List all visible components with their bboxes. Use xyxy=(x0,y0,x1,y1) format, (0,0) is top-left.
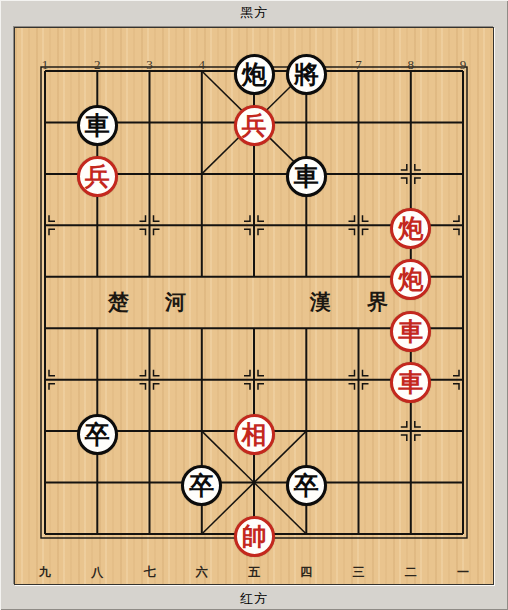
xiangqi-board[interactable]: 123456789九八七六五四三二一楚河漢界炮將車兵兵車炮炮車車卒相卒卒帥 xyxy=(14,27,494,585)
file-coord-top-3: 3 xyxy=(138,57,162,73)
file-coord-bottom-6: 四 xyxy=(294,564,318,581)
file-coord-bottom-7: 三 xyxy=(347,564,371,581)
file-coord-bottom-9: 一 xyxy=(451,564,475,581)
red-side-label: 红方 xyxy=(0,590,508,608)
red-piece-車-f8r6[interactable]: 車 xyxy=(390,311,431,352)
black-piece-卒-f6r9[interactable]: 卒 xyxy=(286,465,327,506)
xiangqi-app-window: 黑方 123456789九八七六五四三二一楚河漢界炮將車兵兵車炮炮車車卒相卒卒帥… xyxy=(0,0,508,610)
red-piece-相-f5r8[interactable]: 相 xyxy=(234,414,275,455)
file-coord-bottom-2: 八 xyxy=(85,564,109,581)
file-coord-top-7: 7 xyxy=(347,57,371,73)
file-coord-bottom-8: 二 xyxy=(399,564,423,581)
black-piece-將-f6r1[interactable]: 將 xyxy=(286,54,327,95)
file-coord-top-2: 2 xyxy=(85,57,109,73)
red-piece-兵-f5r2[interactable]: 兵 xyxy=(234,105,275,146)
red-piece-兵-f2r3[interactable]: 兵 xyxy=(77,156,118,197)
file-coord-top-8: 8 xyxy=(399,57,423,73)
black-piece-卒-f4r9[interactable]: 卒 xyxy=(181,465,222,506)
file-coord-bottom-3: 七 xyxy=(138,564,162,581)
river-label-left: 楚河 xyxy=(108,288,222,316)
file-coord-bottom-5: 五 xyxy=(242,564,266,581)
file-coord-top-1: 1 xyxy=(33,57,57,73)
file-coord-top-9: 9 xyxy=(451,57,475,73)
black-piece-車-f6r3[interactable]: 車 xyxy=(286,156,327,197)
black-piece-炮-f5r1[interactable]: 炮 xyxy=(234,54,275,95)
black-piece-卒-f2r8[interactable]: 卒 xyxy=(77,414,118,455)
black-piece-車-f2r2[interactable]: 車 xyxy=(77,105,118,146)
black-side-label: 黑方 xyxy=(0,4,508,22)
file-coord-bottom-4: 六 xyxy=(190,564,214,581)
file-coord-top-4: 4 xyxy=(190,57,214,73)
red-piece-帥-f5r10[interactable]: 帥 xyxy=(234,516,275,557)
red-piece-炮-f8r4[interactable]: 炮 xyxy=(390,208,431,249)
file-coord-bottom-1: 九 xyxy=(33,564,57,581)
